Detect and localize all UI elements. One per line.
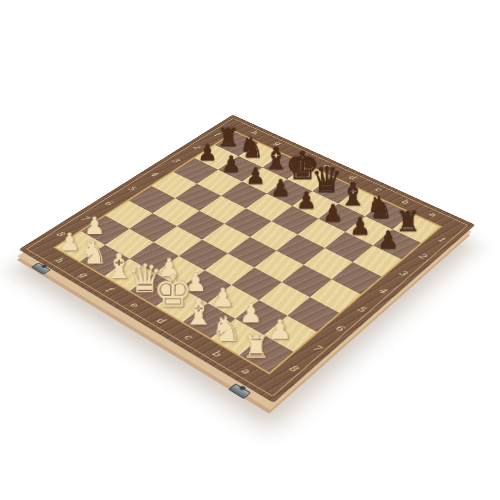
chess-board: hgfedcba hgfedcba 12345678 12345678 ♜♞♝♚… xyxy=(19,115,476,403)
rook-glyph: ♜ xyxy=(236,332,275,364)
product-photo-scene: hgfedcba hgfedcba 12345678 12345678 ♜♞♝♚… xyxy=(0,0,500,500)
pawn-glyph: ♟ xyxy=(371,228,406,252)
